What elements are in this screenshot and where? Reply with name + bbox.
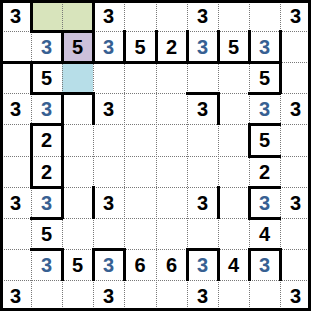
cell-r3-c1-entry-number[interactable]: 3: [31, 93, 62, 124]
highlight-green[interactable]: [62, 0, 93, 31]
board-frame: [0, 0, 3, 311]
cell-r1-c7-given-number[interactable]: 5: [218, 31, 249, 62]
cell-r0-c9-given-number[interactable]: 3: [280, 0, 311, 31]
cell-r8-c8-entry-number[interactable]: 3: [249, 249, 280, 280]
cell-r8-c1-entry-number[interactable]: 3: [31, 249, 62, 280]
cell-r3-c8-entry-number[interactable]: 3: [249, 93, 280, 124]
cell-r1-c4-given-number[interactable]: 5: [124, 31, 156, 62]
cell-r1-c8-entry-number[interactable]: 3: [249, 31, 280, 62]
cell-r3-c9-given-number[interactable]: 3: [280, 93, 311, 124]
cell-r1-c3-entry-number[interactable]: 3: [93, 31, 124, 62]
cell-r8-c6-entry-number[interactable]: 3: [187, 249, 218, 280]
cell-r2-c8-given-number[interactable]: 5: [249, 62, 280, 93]
cell-r6-c0-given-number[interactable]: 3: [0, 187, 31, 218]
cell-r9-c3-given-number[interactable]: 3: [93, 280, 124, 311]
cell-r8-c2-given-number[interactable]: 5: [62, 249, 93, 280]
cell-r7-c1-given-number[interactable]: 5: [31, 218, 62, 249]
cell-r3-c0-given-number[interactable]: 3: [0, 93, 31, 124]
cell-r9-c9-given-number[interactable]: 3: [280, 280, 311, 311]
cell-r8-c4-given-number[interactable]: 6: [124, 249, 156, 280]
puzzle-board: 3333353523535533333325223333335435366343…: [0, 0, 311, 311]
cell-r5-c8-given-number[interactable]: 2: [249, 156, 280, 187]
cell-r8-c5-given-number[interactable]: 6: [156, 249, 187, 280]
cell-r6-c3-given-number[interactable]: 3: [93, 187, 124, 218]
cell-r1-c1-entry-number[interactable]: 3: [31, 31, 62, 62]
cell-r6-c9-given-number[interactable]: 3: [280, 187, 311, 218]
cell-r7-c8-given-number[interactable]: 4: [249, 218, 280, 249]
cell-r0-c0-given-number[interactable]: 3: [0, 0, 31, 31]
cell-r6-c8-entry-number[interactable]: 3: [249, 187, 280, 218]
cell-r6-c6-given-number[interactable]: 3: [187, 187, 218, 218]
cell-r9-c0-given-number[interactable]: 3: [0, 280, 31, 311]
cell-r4-c8-given-number[interactable]: 5: [249, 124, 280, 156]
cell-r4-c1-given-number[interactable]: 2: [31, 124, 62, 156]
cell-r3-c6-given-number[interactable]: 3: [187, 93, 218, 124]
cell-r1-c2-given-number[interactable]: 5: [62, 31, 93, 62]
highlight-green[interactable]: [31, 0, 62, 31]
cell-r5-c1-given-number[interactable]: 2: [31, 156, 62, 187]
board-frame: [308, 0, 311, 311]
cell-r0-c6-given-number[interactable]: 3: [187, 0, 218, 31]
cell-r9-c6-given-number[interactable]: 3: [187, 280, 218, 311]
grid-dotted-line-v: [280, 0, 281, 311]
cell-r6-c1-entry-number[interactable]: 3: [31, 187, 62, 218]
grid-dotted-line-h: [0, 280, 311, 281]
cell-r2-c1-given-number[interactable]: 5: [31, 62, 62, 93]
cell-r8-c3-entry-number[interactable]: 3: [93, 249, 124, 280]
region-border-segment-h: [0, 61, 32, 64]
cell-r3-c3-given-number[interactable]: 3: [93, 93, 124, 124]
highlight-blue[interactable]: [62, 62, 93, 93]
cell-r1-c6-entry-number[interactable]: 3: [187, 31, 218, 62]
cell-r0-c3-given-number[interactable]: 3: [93, 0, 124, 31]
cell-r8-c7-given-number[interactable]: 4: [218, 249, 249, 280]
cell-r1-c5-given-number[interactable]: 2: [156, 31, 187, 62]
